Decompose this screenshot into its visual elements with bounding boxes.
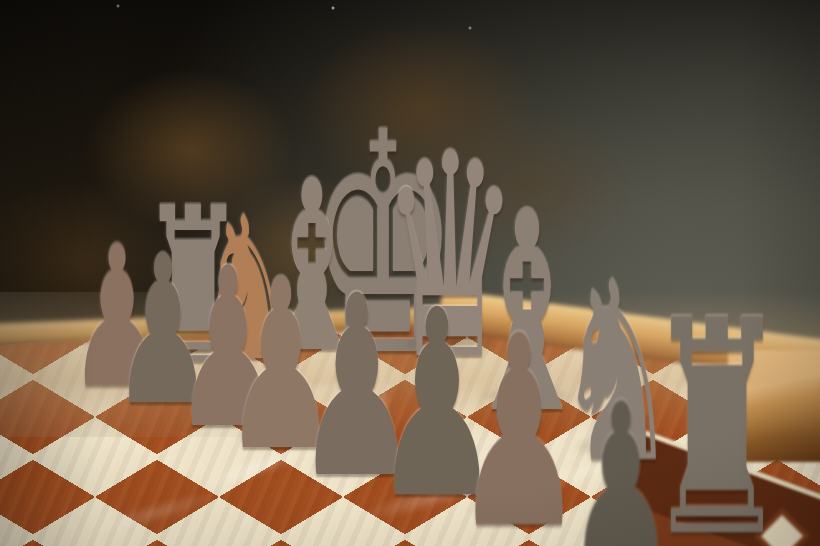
white-pawn[interactable]: ♟ (454, 301, 584, 546)
chess-photo-scene: ♜♞♝♚♛♝♞♜♟♟♟♟♟♟♟♟ (0, 0, 820, 546)
white-pawn[interactable]: ♟ (566, 374, 675, 546)
